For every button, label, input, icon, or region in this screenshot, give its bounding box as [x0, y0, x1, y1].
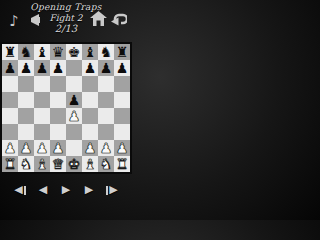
square-e7[interactable]: [66, 60, 82, 76]
square-c2[interactable]: ♟: [34, 140, 50, 156]
square-g7[interactable]: ♟: [98, 60, 114, 76]
square-f1[interactable]: ♝: [82, 156, 98, 172]
square-a1[interactable]: ♜: [2, 156, 18, 172]
step-forward-triangle: ▶: [85, 183, 93, 197]
white-p-piece: ♟: [36, 140, 49, 156]
step-back-button[interactable]: ◀: [36, 182, 50, 198]
black-k-piece: ♚: [68, 44, 81, 60]
white-p-piece: ♟: [116, 140, 129, 156]
black-p-piece: ♟: [68, 92, 81, 108]
square-g3[interactable]: [98, 124, 114, 140]
square-h5[interactable]: [114, 92, 130, 108]
play-button[interactable]: ▶: [59, 182, 73, 198]
square-c3[interactable]: [34, 124, 50, 140]
square-f2[interactable]: ♟: [82, 140, 98, 156]
square-h3[interactable]: [114, 124, 130, 140]
white-n-piece: ♞: [20, 156, 33, 172]
square-e4[interactable]: ♟: [66, 108, 82, 124]
square-c1[interactable]: ♝: [34, 156, 50, 172]
black-p-piece: ♟: [52, 60, 65, 76]
square-f4[interactable]: [82, 108, 98, 124]
skip-back-button[interactable]: ◀: [13, 182, 27, 198]
square-h7[interactable]: ♟: [114, 60, 130, 76]
square-c6[interactable]: [34, 76, 50, 92]
skip-back-bar: [24, 186, 26, 195]
square-c8[interactable]: ♝: [34, 44, 50, 60]
skip-forward-button[interactable]: ▶: [105, 182, 119, 198]
square-e8[interactable]: ♚: [66, 44, 82, 60]
white-k-piece: ♚: [68, 156, 81, 172]
square-d4[interactable]: [50, 108, 66, 124]
square-c4[interactable]: [34, 108, 50, 124]
square-e2[interactable]: [66, 140, 82, 156]
white-r-piece: ♜: [4, 156, 17, 172]
white-b-piece: ♝: [84, 156, 97, 172]
square-c7[interactable]: ♟: [34, 60, 50, 76]
square-g2[interactable]: ♟: [98, 140, 114, 156]
home-icon[interactable]: [90, 11, 107, 26]
square-f7[interactable]: ♟: [82, 60, 98, 76]
square-b6[interactable]: [18, 76, 34, 92]
square-b4[interactable]: [18, 108, 34, 124]
black-p-piece: ♟: [36, 60, 49, 76]
black-b-piece: ♝: [84, 44, 97, 60]
square-g8[interactable]: ♞: [98, 44, 114, 60]
playback-controls: ◀ ◀ ▶ ▶ ▶: [0, 180, 132, 200]
step-back-triangle: ◀: [39, 183, 47, 197]
square-d7[interactable]: ♟: [50, 60, 66, 76]
music-note-icon[interactable]: ♪: [6, 12, 22, 30]
square-d5[interactable]: [50, 92, 66, 108]
white-p-piece: ♟: [84, 140, 97, 156]
square-h4[interactable]: [114, 108, 130, 124]
square-b7[interactable]: ♟: [18, 60, 34, 76]
square-a7[interactable]: ♟: [2, 60, 18, 76]
square-f3[interactable]: [82, 124, 98, 140]
square-d8[interactable]: ♛: [50, 44, 66, 60]
square-a6[interactable]: [2, 76, 18, 92]
square-h8[interactable]: ♜: [114, 44, 130, 60]
square-g1[interactable]: ♞: [98, 156, 114, 172]
step-forward-button[interactable]: ▶: [82, 182, 96, 198]
black-p-piece: ♟: [116, 60, 129, 76]
square-f5[interactable]: [82, 92, 98, 108]
square-b2[interactable]: ♟: [18, 140, 34, 156]
square-f6[interactable]: [82, 76, 98, 92]
white-p-piece: ♟: [68, 108, 81, 124]
skip-back-triangle: ◀: [14, 183, 22, 197]
square-e5[interactable]: ♟: [66, 92, 82, 108]
square-a3[interactable]: [2, 124, 18, 140]
top-bar: ♪ Opening Traps Fight 2 2/13: [0, 0, 132, 42]
square-e3[interactable]: [66, 124, 82, 140]
square-b1[interactable]: ♞: [18, 156, 34, 172]
square-d3[interactable]: [50, 124, 66, 140]
white-q-piece: ♛: [52, 156, 65, 172]
black-p-piece: ♟: [84, 60, 97, 76]
play-triangle: ▶: [62, 183, 70, 197]
black-b-piece: ♝: [36, 44, 49, 60]
black-q-piece: ♛: [52, 44, 65, 60]
square-a8[interactable]: ♜: [2, 44, 18, 60]
skip-forward-bar: [106, 186, 108, 195]
square-e1[interactable]: ♚: [66, 156, 82, 172]
black-r-piece: ♜: [4, 44, 17, 60]
square-h2[interactable]: ♟: [114, 140, 130, 156]
skip-forward-triangle: ▶: [109, 183, 117, 197]
chess-board: ♜♞♝♛♚♝♞♜♟♟♟♟♟♟♟♟♟♟♟♟♟♟♟♟♜♞♝♛♚♝♞♜: [2, 44, 130, 172]
square-c5[interactable]: [34, 92, 50, 108]
white-n-piece: ♞: [100, 156, 113, 172]
white-r-piece: ♜: [116, 156, 129, 172]
white-p-piece: ♟: [100, 140, 113, 156]
square-d6[interactable]: [50, 76, 66, 92]
square-a4[interactable]: [2, 108, 18, 124]
square-b3[interactable]: [18, 124, 34, 140]
square-e6[interactable]: [66, 76, 82, 92]
square-d1[interactable]: ♛: [50, 156, 66, 172]
square-h6[interactable]: [114, 76, 130, 92]
square-g6[interactable]: [98, 76, 114, 92]
square-h1[interactable]: ♜: [114, 156, 130, 172]
square-g5[interactable]: [98, 92, 114, 108]
white-p-piece: ♟: [4, 140, 17, 156]
square-d2[interactable]: ♟: [50, 140, 66, 156]
back-arrow-icon[interactable]: [111, 11, 127, 26]
black-r-piece: ♜: [116, 44, 129, 60]
white-p-piece: ♟: [20, 140, 33, 156]
black-p-piece: ♟: [20, 60, 33, 76]
white-b-piece: ♝: [36, 156, 49, 172]
square-a5[interactable]: [2, 92, 18, 108]
black-n-piece: ♞: [100, 44, 113, 60]
square-b5[interactable]: [18, 92, 34, 108]
square-b8[interactable]: ♞: [18, 44, 34, 60]
square-f8[interactable]: ♝: [82, 44, 98, 60]
white-p-piece: ♟: [52, 140, 65, 156]
black-n-piece: ♞: [20, 44, 33, 60]
black-p-piece: ♟: [100, 60, 113, 76]
square-g4[interactable]: [98, 108, 114, 124]
square-a2[interactable]: ♟: [2, 140, 18, 156]
black-p-piece: ♟: [4, 60, 17, 76]
